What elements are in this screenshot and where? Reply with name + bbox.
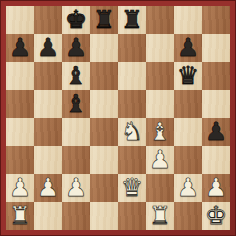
square-d8[interactable]: ♜: [90, 6, 118, 34]
square-c4[interactable]: [62, 118, 90, 146]
square-b6[interactable]: [34, 62, 62, 90]
square-b4[interactable]: [34, 118, 62, 146]
white-king[interactable]: ♚: [205, 202, 227, 230]
black-pawn[interactable]: ♟: [205, 118, 227, 146]
square-c3[interactable]: [62, 146, 90, 174]
white-pawn[interactable]: ♟: [177, 174, 199, 202]
square-h7[interactable]: [202, 34, 230, 62]
square-h8[interactable]: [202, 6, 230, 34]
square-c8[interactable]: ♚: [62, 6, 90, 34]
square-a8[interactable]: [6, 6, 34, 34]
square-c2[interactable]: ♟: [62, 174, 90, 202]
square-f1[interactable]: ♜: [146, 202, 174, 230]
square-b7[interactable]: ♟: [34, 34, 62, 62]
square-g5[interactable]: [174, 90, 202, 118]
square-e6[interactable]: [118, 62, 146, 90]
square-f2[interactable]: [146, 174, 174, 202]
square-f7[interactable]: [146, 34, 174, 62]
square-d5[interactable]: [90, 90, 118, 118]
square-h1[interactable]: ♚: [202, 202, 230, 230]
square-b5[interactable]: [34, 90, 62, 118]
white-knight[interactable]: ♞: [121, 118, 143, 146]
white-pawn[interactable]: ♟: [205, 174, 227, 202]
black-rook[interactable]: ♜: [121, 6, 143, 34]
square-e2[interactable]: ♛: [118, 174, 146, 202]
square-a2[interactable]: ♟: [6, 174, 34, 202]
square-h3[interactable]: [202, 146, 230, 174]
white-pawn[interactable]: ♟: [37, 174, 59, 202]
square-b8[interactable]: [34, 6, 62, 34]
square-d3[interactable]: [90, 146, 118, 174]
black-king[interactable]: ♚: [65, 6, 87, 34]
square-a6[interactable]: [6, 62, 34, 90]
square-a4[interactable]: [6, 118, 34, 146]
square-f4[interactable]: ♝: [146, 118, 174, 146]
square-b1[interactable]: [34, 202, 62, 230]
square-e7[interactable]: [118, 34, 146, 62]
square-f5[interactable]: [146, 90, 174, 118]
black-rook[interactable]: ♜: [93, 6, 115, 34]
square-g2[interactable]: ♟: [174, 174, 202, 202]
square-a3[interactable]: [6, 146, 34, 174]
square-c5[interactable]: ♝: [62, 90, 90, 118]
square-f8[interactable]: [146, 6, 174, 34]
square-g7[interactable]: ♟: [174, 34, 202, 62]
black-bishop[interactable]: ♝: [65, 62, 87, 90]
white-rook[interactable]: ♜: [149, 202, 171, 230]
white-pawn[interactable]: ♟: [65, 174, 87, 202]
square-a5[interactable]: [6, 90, 34, 118]
square-d2[interactable]: [90, 174, 118, 202]
square-a1[interactable]: ♜: [6, 202, 34, 230]
square-d7[interactable]: [90, 34, 118, 62]
square-h2[interactable]: ♟: [202, 174, 230, 202]
white-queen[interactable]: ♛: [121, 174, 143, 202]
black-queen[interactable]: ♛: [177, 62, 199, 90]
square-b2[interactable]: ♟: [34, 174, 62, 202]
black-bishop[interactable]: ♝: [65, 90, 87, 118]
square-e8[interactable]: ♜: [118, 6, 146, 34]
square-g6[interactable]: ♛: [174, 62, 202, 90]
square-h5[interactable]: [202, 90, 230, 118]
square-e3[interactable]: [118, 146, 146, 174]
white-pawn[interactable]: ♟: [9, 174, 31, 202]
white-bishop[interactable]: ♝: [149, 118, 171, 146]
square-c6[interactable]: ♝: [62, 62, 90, 90]
square-b3[interactable]: [34, 146, 62, 174]
square-h4[interactable]: ♟: [202, 118, 230, 146]
black-pawn[interactable]: ♟: [65, 34, 87, 62]
square-c1[interactable]: [62, 202, 90, 230]
white-rook[interactable]: ♜: [9, 202, 31, 230]
black-pawn[interactable]: ♟: [177, 34, 199, 62]
square-a7[interactable]: ♟: [6, 34, 34, 62]
square-g3[interactable]: [174, 146, 202, 174]
square-d4[interactable]: [90, 118, 118, 146]
white-pawn[interactable]: ♟: [149, 146, 171, 174]
square-f6[interactable]: [146, 62, 174, 90]
square-g8[interactable]: [174, 6, 202, 34]
square-d1[interactable]: [90, 202, 118, 230]
black-pawn[interactable]: ♟: [9, 34, 31, 62]
square-g4[interactable]: [174, 118, 202, 146]
square-h6[interactable]: [202, 62, 230, 90]
square-e5[interactable]: [118, 90, 146, 118]
square-e1[interactable]: [118, 202, 146, 230]
square-f3[interactable]: ♟: [146, 146, 174, 174]
black-pawn[interactable]: ♟: [37, 34, 59, 62]
square-e4[interactable]: ♞: [118, 118, 146, 146]
square-d6[interactable]: [90, 62, 118, 90]
chess-board-frame: ♚♜♜♟♟♟♟♝♛♝♞♝♟♟♟♟♟♛♟♟♜♜♚: [0, 0, 236, 236]
square-g1[interactable]: [174, 202, 202, 230]
square-c7[interactable]: ♟: [62, 34, 90, 62]
chess-board: ♚♜♜♟♟♟♟♝♛♝♞♝♟♟♟♟♟♛♟♟♜♜♚: [6, 6, 230, 230]
